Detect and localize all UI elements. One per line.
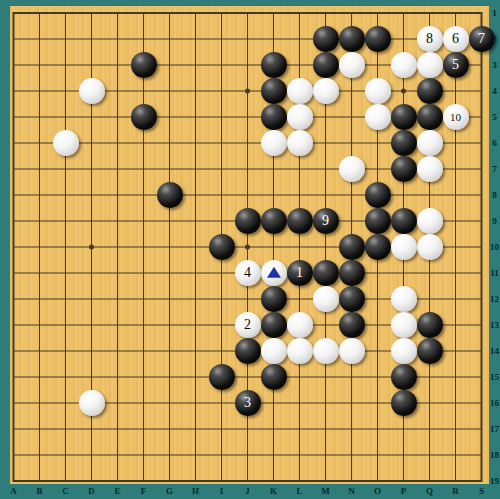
point-D2[interactable] (79, 26, 105, 52)
point-L1[interactable] (287, 0, 313, 26)
point-F18[interactable] (131, 442, 157, 468)
point-F9[interactable] (131, 208, 157, 234)
point-J14[interactable] (235, 338, 261, 364)
point-P10[interactable] (391, 234, 417, 260)
point-C4[interactable] (53, 78, 79, 104)
point-E13[interactable] (105, 312, 131, 338)
point-Q14[interactable] (417, 338, 443, 364)
point-J17[interactable] (235, 416, 261, 442)
point-Q13[interactable] (417, 312, 443, 338)
point-L10[interactable] (287, 234, 313, 260)
point-E8[interactable] (105, 182, 131, 208)
point-B18[interactable] (27, 442, 53, 468)
point-R14[interactable] (443, 338, 469, 364)
point-H16[interactable] (183, 390, 209, 416)
point-P14[interactable] (391, 338, 417, 364)
point-H8[interactable] (183, 182, 209, 208)
point-J2[interactable] (235, 26, 261, 52)
point-C6[interactable] (53, 130, 79, 156)
point-L16[interactable] (287, 390, 313, 416)
point-L3[interactable] (287, 52, 313, 78)
point-Q18[interactable] (417, 442, 443, 468)
point-Q12[interactable] (417, 286, 443, 312)
point-G3[interactable] (157, 52, 183, 78)
point-L13[interactable] (287, 312, 313, 338)
point-G5[interactable] (157, 104, 183, 130)
point-F15[interactable] (131, 364, 157, 390)
point-K14[interactable] (261, 338, 287, 364)
point-G7[interactable] (157, 156, 183, 182)
point-C14[interactable] (53, 338, 79, 364)
point-N13[interactable] (339, 312, 365, 338)
point-H14[interactable] (183, 338, 209, 364)
point-I16[interactable] (209, 390, 235, 416)
point-L12[interactable] (287, 286, 313, 312)
point-M13[interactable] (313, 312, 339, 338)
point-A10[interactable] (1, 234, 27, 260)
point-L17[interactable] (287, 416, 313, 442)
point-K4[interactable] (261, 78, 287, 104)
point-Q7[interactable] (417, 156, 443, 182)
point-D12[interactable] (79, 286, 105, 312)
point-R2[interactable]: 6 (443, 26, 469, 52)
point-O12[interactable] (365, 286, 391, 312)
point-J5[interactable] (235, 104, 261, 130)
point-C9[interactable] (53, 208, 79, 234)
point-L4[interactable] (287, 78, 313, 104)
point-I1[interactable] (209, 0, 235, 26)
point-G18[interactable] (157, 442, 183, 468)
point-M10[interactable] (313, 234, 339, 260)
point-K11[interactable] (261, 260, 287, 286)
point-E2[interactable] (105, 26, 131, 52)
point-O2[interactable] (365, 26, 391, 52)
point-R1[interactable] (443, 0, 469, 26)
point-P7[interactable] (391, 156, 417, 182)
point-K13[interactable] (261, 312, 287, 338)
point-R9[interactable] (443, 208, 469, 234)
point-C2[interactable] (53, 26, 79, 52)
point-B14[interactable] (27, 338, 53, 364)
point-A6[interactable] (1, 130, 27, 156)
point-D4[interactable] (79, 78, 105, 104)
point-C18[interactable] (53, 442, 79, 468)
point-R18[interactable] (443, 442, 469, 468)
point-D5[interactable] (79, 104, 105, 130)
point-A9[interactable] (1, 208, 27, 234)
point-A8[interactable] (1, 182, 27, 208)
point-N15[interactable] (339, 364, 365, 390)
point-F3[interactable] (131, 52, 157, 78)
point-D9[interactable] (79, 208, 105, 234)
point-I11[interactable] (209, 260, 235, 286)
point-P17[interactable] (391, 416, 417, 442)
point-O7[interactable] (365, 156, 391, 182)
point-H11[interactable] (183, 260, 209, 286)
point-D11[interactable] (79, 260, 105, 286)
point-G16[interactable] (157, 390, 183, 416)
point-E18[interactable] (105, 442, 131, 468)
point-F12[interactable] (131, 286, 157, 312)
point-N9[interactable] (339, 208, 365, 234)
point-A3[interactable] (1, 52, 27, 78)
point-E12[interactable] (105, 286, 131, 312)
point-L7[interactable] (287, 156, 313, 182)
point-P8[interactable] (391, 182, 417, 208)
point-O18[interactable] (365, 442, 391, 468)
point-G14[interactable] (157, 338, 183, 364)
point-A12[interactable] (1, 286, 27, 312)
point-L8[interactable] (287, 182, 313, 208)
point-O15[interactable] (365, 364, 391, 390)
point-O14[interactable] (365, 338, 391, 364)
point-P4[interactable] (391, 78, 417, 104)
point-M16[interactable] (313, 390, 339, 416)
point-F7[interactable] (131, 156, 157, 182)
point-F17[interactable] (131, 416, 157, 442)
point-J6[interactable] (235, 130, 261, 156)
point-B4[interactable] (27, 78, 53, 104)
point-K2[interactable] (261, 26, 287, 52)
point-C17[interactable] (53, 416, 79, 442)
point-E3[interactable] (105, 52, 131, 78)
point-N17[interactable] (339, 416, 365, 442)
point-C15[interactable] (53, 364, 79, 390)
point-N3[interactable] (339, 52, 365, 78)
point-F13[interactable] (131, 312, 157, 338)
point-F4[interactable] (131, 78, 157, 104)
point-G9[interactable] (157, 208, 183, 234)
point-K18[interactable] (261, 442, 287, 468)
point-Q6[interactable] (417, 130, 443, 156)
point-Q9[interactable] (417, 208, 443, 234)
point-N7[interactable] (339, 156, 365, 182)
point-J16[interactable]: 3 (235, 390, 261, 416)
point-L6[interactable] (287, 130, 313, 156)
point-Q10[interactable] (417, 234, 443, 260)
point-F10[interactable] (131, 234, 157, 260)
point-H17[interactable] (183, 416, 209, 442)
point-K3[interactable] (261, 52, 287, 78)
point-F8[interactable] (131, 182, 157, 208)
point-M7[interactable] (313, 156, 339, 182)
point-C8[interactable] (53, 182, 79, 208)
point-E17[interactable] (105, 416, 131, 442)
point-K9[interactable] (261, 208, 287, 234)
point-K5[interactable] (261, 104, 287, 130)
point-R15[interactable] (443, 364, 469, 390)
point-A2[interactable] (1, 26, 27, 52)
point-O4[interactable] (365, 78, 391, 104)
point-O10[interactable] (365, 234, 391, 260)
point-K7[interactable] (261, 156, 287, 182)
point-E14[interactable] (105, 338, 131, 364)
point-L11[interactable]: 1 (287, 260, 313, 286)
point-H7[interactable] (183, 156, 209, 182)
point-D17[interactable] (79, 416, 105, 442)
point-G12[interactable] (157, 286, 183, 312)
point-K17[interactable] (261, 416, 287, 442)
point-M14[interactable] (313, 338, 339, 364)
point-B10[interactable] (27, 234, 53, 260)
point-D7[interactable] (79, 156, 105, 182)
point-J11[interactable]: 4 (235, 260, 261, 286)
point-E1[interactable] (105, 0, 131, 26)
point-P15[interactable] (391, 364, 417, 390)
point-N18[interactable] (339, 442, 365, 468)
point-R13[interactable] (443, 312, 469, 338)
point-G2[interactable] (157, 26, 183, 52)
point-J8[interactable] (235, 182, 261, 208)
point-R11[interactable] (443, 260, 469, 286)
point-B2[interactable] (27, 26, 53, 52)
point-F16[interactable] (131, 390, 157, 416)
point-M9[interactable]: 9 (313, 208, 339, 234)
point-H2[interactable] (183, 26, 209, 52)
point-Q3[interactable] (417, 52, 443, 78)
point-M15[interactable] (313, 364, 339, 390)
point-R7[interactable] (443, 156, 469, 182)
point-O16[interactable] (365, 390, 391, 416)
point-E7[interactable] (105, 156, 131, 182)
point-Q5[interactable] (417, 104, 443, 130)
point-C12[interactable] (53, 286, 79, 312)
point-H6[interactable] (183, 130, 209, 156)
point-N1[interactable] (339, 0, 365, 26)
point-O11[interactable] (365, 260, 391, 286)
point-D8[interactable] (79, 182, 105, 208)
point-F6[interactable] (131, 130, 157, 156)
point-E16[interactable] (105, 390, 131, 416)
point-P3[interactable] (391, 52, 417, 78)
point-E5[interactable] (105, 104, 131, 130)
point-P16[interactable] (391, 390, 417, 416)
point-N8[interactable] (339, 182, 365, 208)
point-O9[interactable] (365, 208, 391, 234)
point-K1[interactable] (261, 0, 287, 26)
point-K6[interactable] (261, 130, 287, 156)
point-B12[interactable] (27, 286, 53, 312)
point-R10[interactable] (443, 234, 469, 260)
point-N2[interactable] (339, 26, 365, 52)
point-L2[interactable] (287, 26, 313, 52)
point-H10[interactable] (183, 234, 209, 260)
point-I2[interactable] (209, 26, 235, 52)
point-N16[interactable] (339, 390, 365, 416)
point-O3[interactable] (365, 52, 391, 78)
point-G4[interactable] (157, 78, 183, 104)
point-I5[interactable] (209, 104, 235, 130)
point-N11[interactable] (339, 260, 365, 286)
point-O6[interactable] (365, 130, 391, 156)
point-I4[interactable] (209, 78, 235, 104)
point-F14[interactable] (131, 338, 157, 364)
point-B11[interactable] (27, 260, 53, 286)
point-M11[interactable] (313, 260, 339, 286)
point-Q2[interactable]: 8 (417, 26, 443, 52)
point-J1[interactable] (235, 0, 261, 26)
point-D6[interactable] (79, 130, 105, 156)
point-I12[interactable] (209, 286, 235, 312)
point-I3[interactable] (209, 52, 235, 78)
point-R12[interactable] (443, 286, 469, 312)
point-H15[interactable] (183, 364, 209, 390)
point-D16[interactable] (79, 390, 105, 416)
point-B13[interactable] (27, 312, 53, 338)
point-A17[interactable] (1, 416, 27, 442)
point-C13[interactable] (53, 312, 79, 338)
point-J7[interactable] (235, 156, 261, 182)
point-J13[interactable]: 2 (235, 312, 261, 338)
point-B5[interactable] (27, 104, 53, 130)
point-A4[interactable] (1, 78, 27, 104)
point-C11[interactable] (53, 260, 79, 286)
point-K10[interactable] (261, 234, 287, 260)
point-L18[interactable] (287, 442, 313, 468)
point-H13[interactable] (183, 312, 209, 338)
point-M2[interactable] (313, 26, 339, 52)
point-H4[interactable] (183, 78, 209, 104)
point-A16[interactable] (1, 390, 27, 416)
point-Q11[interactable] (417, 260, 443, 286)
point-A14[interactable] (1, 338, 27, 364)
point-D10[interactable] (79, 234, 105, 260)
point-L15[interactable] (287, 364, 313, 390)
point-I17[interactable] (209, 416, 235, 442)
point-P13[interactable] (391, 312, 417, 338)
point-F2[interactable] (131, 26, 157, 52)
point-B7[interactable] (27, 156, 53, 182)
point-I14[interactable] (209, 338, 235, 364)
point-J10[interactable] (235, 234, 261, 260)
point-J3[interactable] (235, 52, 261, 78)
point-I10[interactable] (209, 234, 235, 260)
point-G11[interactable] (157, 260, 183, 286)
point-K15[interactable] (261, 364, 287, 390)
point-I18[interactable] (209, 442, 235, 468)
point-C7[interactable] (53, 156, 79, 182)
point-K12[interactable] (261, 286, 287, 312)
point-H5[interactable] (183, 104, 209, 130)
point-A11[interactable] (1, 260, 27, 286)
point-M4[interactable] (313, 78, 339, 104)
point-E6[interactable] (105, 130, 131, 156)
point-M3[interactable] (313, 52, 339, 78)
point-F11[interactable] (131, 260, 157, 286)
point-O17[interactable] (365, 416, 391, 442)
point-Q8[interactable] (417, 182, 443, 208)
point-O5[interactable] (365, 104, 391, 130)
point-F1[interactable] (131, 0, 157, 26)
point-P11[interactable] (391, 260, 417, 286)
point-J18[interactable] (235, 442, 261, 468)
point-A13[interactable] (1, 312, 27, 338)
point-I13[interactable] (209, 312, 235, 338)
point-L14[interactable] (287, 338, 313, 364)
point-K16[interactable] (261, 390, 287, 416)
point-B15[interactable] (27, 364, 53, 390)
point-E15[interactable] (105, 364, 131, 390)
point-B9[interactable] (27, 208, 53, 234)
point-M12[interactable] (313, 286, 339, 312)
point-H12[interactable] (183, 286, 209, 312)
point-R6[interactable] (443, 130, 469, 156)
point-R3[interactable]: 5 (443, 52, 469, 78)
point-E9[interactable] (105, 208, 131, 234)
point-R5[interactable]: 10 (443, 104, 469, 130)
point-C10[interactable] (53, 234, 79, 260)
point-N6[interactable] (339, 130, 365, 156)
point-I7[interactable] (209, 156, 235, 182)
point-B8[interactable] (27, 182, 53, 208)
point-R17[interactable] (443, 416, 469, 442)
point-B17[interactable] (27, 416, 53, 442)
point-B3[interactable] (27, 52, 53, 78)
point-A5[interactable] (1, 104, 27, 130)
point-O8[interactable] (365, 182, 391, 208)
point-I15[interactable] (209, 364, 235, 390)
point-G6[interactable] (157, 130, 183, 156)
point-N12[interactable] (339, 286, 365, 312)
point-P2[interactable] (391, 26, 417, 52)
point-C16[interactable] (53, 390, 79, 416)
point-M17[interactable] (313, 416, 339, 442)
point-N10[interactable] (339, 234, 365, 260)
point-P9[interactable] (391, 208, 417, 234)
point-E11[interactable] (105, 260, 131, 286)
point-A18[interactable] (1, 442, 27, 468)
point-P5[interactable] (391, 104, 417, 130)
point-H9[interactable] (183, 208, 209, 234)
point-P1[interactable] (391, 0, 417, 26)
point-G15[interactable] (157, 364, 183, 390)
point-P12[interactable] (391, 286, 417, 312)
point-G10[interactable] (157, 234, 183, 260)
point-N4[interactable] (339, 78, 365, 104)
point-R4[interactable] (443, 78, 469, 104)
point-R8[interactable] (443, 182, 469, 208)
point-F5[interactable] (131, 104, 157, 130)
point-M6[interactable] (313, 130, 339, 156)
point-J12[interactable] (235, 286, 261, 312)
point-G17[interactable] (157, 416, 183, 442)
point-D14[interactable] (79, 338, 105, 364)
point-Q15[interactable] (417, 364, 443, 390)
point-M18[interactable] (313, 442, 339, 468)
point-E10[interactable] (105, 234, 131, 260)
point-I6[interactable] (209, 130, 235, 156)
point-Q1[interactable] (417, 0, 443, 26)
point-M8[interactable] (313, 182, 339, 208)
point-A15[interactable] (1, 364, 27, 390)
point-D18[interactable] (79, 442, 105, 468)
point-G8[interactable] (157, 182, 183, 208)
point-D13[interactable] (79, 312, 105, 338)
point-P6[interactable] (391, 130, 417, 156)
point-Q4[interactable] (417, 78, 443, 104)
point-D15[interactable] (79, 364, 105, 390)
point-O13[interactable] (365, 312, 391, 338)
point-I9[interactable] (209, 208, 235, 234)
point-A1[interactable] (1, 0, 27, 26)
point-J15[interactable] (235, 364, 261, 390)
point-P18[interactable] (391, 442, 417, 468)
point-D3[interactable] (79, 52, 105, 78)
point-H1[interactable] (183, 0, 209, 26)
point-B16[interactable] (27, 390, 53, 416)
point-H3[interactable] (183, 52, 209, 78)
point-K8[interactable] (261, 182, 287, 208)
